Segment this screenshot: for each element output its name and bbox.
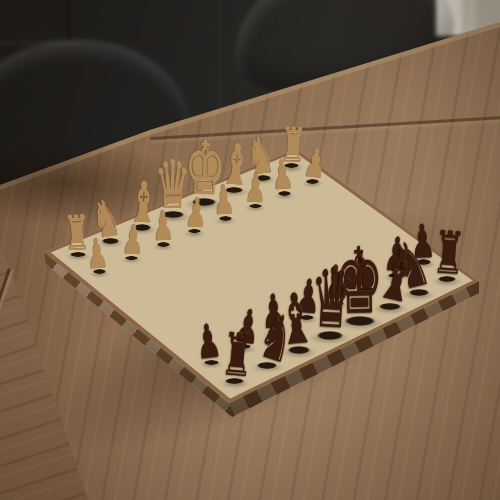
photo-scene: ♜♞♝♛♚♝♞♜♟♟♟♟♟♟♟♟♟♟♟♟♟♟♟♟♜♞♝♛♚♝♞♜	[0, 0, 500, 500]
wall-corner-line	[218, 0, 220, 108]
cabinet-panel-line	[68, 0, 70, 44]
